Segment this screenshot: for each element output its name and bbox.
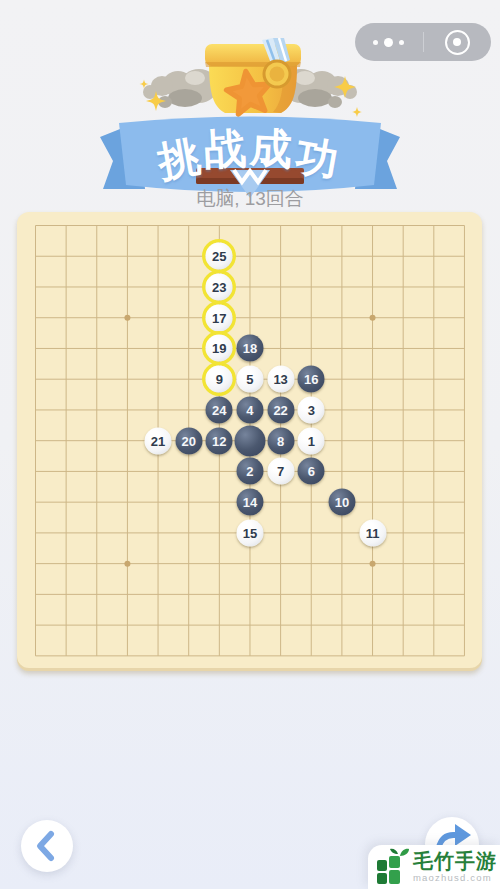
stones-layer: 1234567891011121314151617181920212223242… (17, 212, 482, 671)
stone-move-6: 6 (298, 458, 325, 485)
target-circle-icon (445, 30, 470, 55)
chevron-left-icon (21, 820, 73, 872)
stone-move-9: 9 (206, 366, 233, 393)
stone-move-16: 16 (298, 366, 325, 393)
stone-move-24: 24 (206, 396, 233, 423)
stone-move-7: 7 (267, 458, 294, 485)
stone-move-20: 20 (175, 427, 202, 454)
stone-move-19: 19 (206, 335, 233, 362)
stone-move-13: 13 (267, 366, 294, 393)
stone-move-21: 21 (145, 427, 172, 454)
stone-move-11: 11 (359, 519, 386, 546)
stone-move-25: 25 (206, 243, 233, 270)
title-char: 成 (249, 120, 298, 178)
stone-move-8: 8 (267, 427, 294, 454)
title-char: 战 (203, 120, 252, 178)
gomoku-board: 1234567891011121314151617181920212223242… (17, 212, 482, 671)
stone-move-5: 5 (236, 366, 263, 393)
back-button[interactable] (21, 820, 73, 872)
opponent-rounds-subtitle: 电脑, 13回合 (0, 186, 500, 212)
stone-move-12: 12 (206, 427, 233, 454)
challenge-success-title: 挑战成功 (100, 124, 400, 180)
stone-move-18: 18 (236, 335, 263, 362)
bamboo-logo-icon (374, 848, 410, 886)
stone-move-1: 1 (298, 427, 325, 454)
stone-move-10: 10 (328, 489, 355, 516)
result-page: 挑战成功 电脑, 13回合 12345678910111213141516171… (0, 0, 500, 889)
stone-move-3: 3 (298, 396, 325, 423)
title-char: 功 (291, 127, 346, 190)
exit-button[interactable] (424, 23, 492, 61)
stone-move-17: 17 (206, 304, 233, 331)
stone-move-14: 14 (236, 489, 263, 516)
watermark-badge: 毛竹手游 maozhusd.com (368, 845, 500, 889)
title-char: 挑 (153, 127, 208, 190)
watermark-domain: maozhusd.com (413, 873, 497, 883)
stone-move-23: 23 (206, 273, 233, 300)
stone-move-22: 22 (267, 396, 294, 423)
watermark-brand: 毛竹手游 (413, 851, 497, 871)
stone-move-2: 2 (236, 458, 263, 485)
stone-move-4: 4 (236, 396, 263, 423)
stone-black-unnumbered (234, 425, 265, 456)
stone-move-15: 15 (236, 519, 263, 546)
